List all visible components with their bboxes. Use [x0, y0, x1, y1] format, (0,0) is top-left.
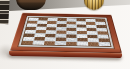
square-b1[interactable] [33, 41, 44, 45]
chessboard-photo-scene [0, 0, 130, 69]
square-c1[interactable] [44, 41, 55, 45]
square-h1[interactable] [99, 42, 110, 46]
square-f1[interactable] [77, 42, 88, 46]
board-squares-grid [21, 17, 112, 47]
square-e1[interactable] [66, 42, 77, 46]
board-apron [18, 16, 114, 49]
square-g1[interactable] [88, 42, 99, 46]
square-a1[interactable] [22, 41, 33, 45]
chessboard [10, 13, 122, 53]
square-d1[interactable] [55, 41, 66, 45]
stacked-books [0, 0, 10, 24]
